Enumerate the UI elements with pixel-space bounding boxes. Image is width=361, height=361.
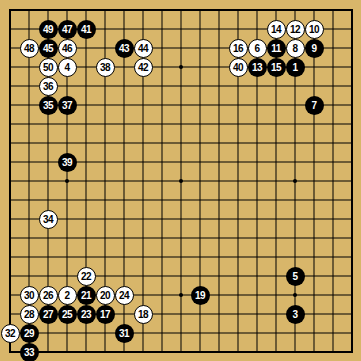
stone-white-8: 8: [286, 39, 305, 58]
stone-white-16: 16: [229, 39, 248, 58]
stone-white-44: 44: [134, 39, 153, 58]
stone-black-21: 21: [77, 286, 96, 305]
stone-white-32: 32: [1, 324, 20, 343]
stone-white-46: 46: [58, 39, 77, 58]
stone-white-20: 20: [96, 286, 115, 305]
stone-white-10: 10: [305, 20, 324, 39]
stone-black-41: 41: [77, 20, 96, 39]
stone-black-33: 33: [20, 343, 39, 361]
stone-white-14: 14: [267, 20, 286, 39]
stone-white-12: 12: [286, 20, 305, 39]
stone-white-38: 38: [96, 58, 115, 77]
stone-white-40: 40: [229, 58, 248, 77]
stones-layer: 1234567891011121314151617181920212223242…: [1, 1, 361, 361]
stone-white-30: 30: [20, 286, 39, 305]
stone-black-39: 39: [58, 153, 77, 172]
go-board: 1234567891011121314151617181920212223242…: [0, 0, 361, 361]
stone-white-36: 36: [39, 77, 58, 96]
stone-black-17: 17: [96, 305, 115, 324]
stone-white-22: 22: [77, 267, 96, 286]
stone-black-9: 9: [305, 39, 324, 58]
stone-white-6: 6: [248, 39, 267, 58]
stone-white-18: 18: [134, 305, 153, 324]
stone-white-28: 28: [20, 305, 39, 324]
stone-black-15: 15: [267, 58, 286, 77]
stone-black-5: 5: [286, 267, 305, 286]
stone-black-49: 49: [39, 20, 58, 39]
stone-black-27: 27: [39, 305, 58, 324]
stone-white-4: 4: [58, 58, 77, 77]
stone-white-24: 24: [115, 286, 134, 305]
stone-black-11: 11: [267, 39, 286, 58]
stone-white-50: 50: [39, 58, 58, 77]
stone-black-1: 1: [286, 58, 305, 77]
stone-black-43: 43: [115, 39, 134, 58]
stone-black-25: 25: [58, 305, 77, 324]
stone-black-31: 31: [115, 324, 134, 343]
stone-black-23: 23: [77, 305, 96, 324]
stone-white-2: 2: [58, 286, 77, 305]
stone-black-7: 7: [305, 96, 324, 115]
stone-black-29: 29: [20, 324, 39, 343]
stone-black-35: 35: [39, 96, 58, 115]
stone-black-45: 45: [39, 39, 58, 58]
stone-black-3: 3: [286, 305, 305, 324]
stone-black-13: 13: [248, 58, 267, 77]
stone-black-47: 47: [58, 20, 77, 39]
stone-white-42: 42: [134, 58, 153, 77]
stone-white-34: 34: [39, 210, 58, 229]
stone-black-37: 37: [58, 96, 77, 115]
stone-white-48: 48: [20, 39, 39, 58]
stone-black-19: 19: [191, 286, 210, 305]
stone-white-26: 26: [39, 286, 58, 305]
